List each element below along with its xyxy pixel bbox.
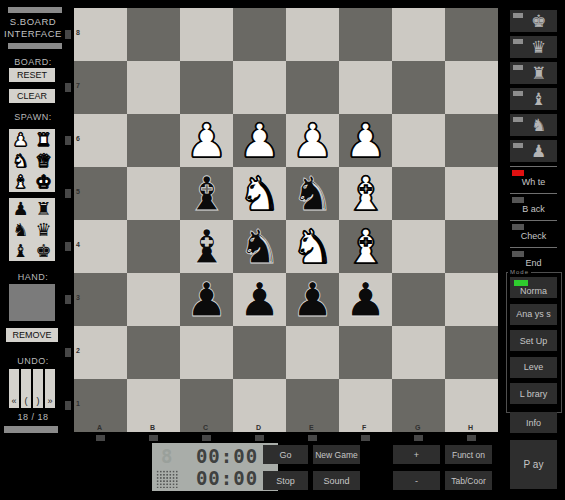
board-square-f7[interactable]	[339, 61, 392, 114]
file-label: E	[309, 424, 314, 431]
board-square-b6[interactable]	[127, 114, 180, 167]
rank-label: 3	[76, 294, 80, 301]
white-button[interactable]: Wh te	[510, 166, 557, 191]
board-square-b4[interactable]	[127, 220, 180, 273]
mode-library-button[interactable]: L brary	[510, 383, 557, 404]
spawn-piece-white-k[interactable]: ♚	[32, 171, 55, 192]
rank-label: 4	[76, 241, 80, 248]
spawn-piece-white-n[interactable]: ♞	[9, 150, 32, 171]
button-label: End	[525, 258, 541, 268]
board-square-c8[interactable]	[180, 8, 233, 61]
spawn-palette-white: ♟♜♞♛♝♚	[9, 129, 55, 192]
file-label: G	[415, 424, 420, 431]
spawn-piece-black-n[interactable]: ♞	[9, 219, 32, 240]
undo-fast-back-button[interactable]: «	[9, 369, 19, 408]
info-button[interactable]: Info	[510, 412, 557, 433]
button-tab	[513, 117, 523, 122]
rank-tab	[65, 348, 71, 357]
board-square-c2[interactable]	[180, 326, 233, 379]
button-label: Check	[521, 231, 547, 241]
clock-time-bottom: 00:00	[180, 468, 274, 488]
piece-button-n[interactable]: ♞	[510, 114, 557, 136]
chess-piece-black-p: ♟	[286, 273, 339, 327]
hand-section-label: HAND:	[0, 272, 66, 282]
undo-controls: «()»	[9, 369, 55, 408]
spawn-palette-black: ♟♜♞♛♝♚	[9, 198, 55, 261]
button-label: Set Up	[520, 336, 548, 346]
chess-piece-black-n: ♞	[286, 167, 339, 221]
chess-piece-white-n: ♞	[233, 167, 286, 221]
board-square-b8[interactable]	[127, 8, 180, 61]
file-label: F	[362, 424, 366, 431]
chess-piece-white-p: ♟	[339, 114, 392, 168]
file-label: A	[97, 424, 102, 431]
board-square-c4[interactable]: ♝	[180, 220, 233, 273]
board-square-d5[interactable]: ♞	[233, 167, 286, 220]
board-square-g3[interactable]	[392, 273, 445, 326]
board-square-a8[interactable]: 8	[74, 8, 127, 61]
plus-button[interactable]: +	[393, 445, 440, 464]
rank-tab	[65, 83, 71, 92]
board-square-a7[interactable]: 7	[74, 61, 127, 114]
board-square-a1[interactable]: 1A	[74, 379, 127, 432]
file-label: H	[468, 424, 473, 431]
board-square-e7[interactable]	[286, 61, 339, 114]
rank-label: 7	[76, 82, 80, 89]
button-tab	[513, 65, 523, 70]
board-square-e8[interactable]	[286, 8, 339, 61]
file-tab	[361, 435, 370, 441]
status-indicator	[512, 224, 524, 230]
board-square-e6[interactable]: ♟	[286, 114, 339, 167]
button-label: Leve	[524, 362, 544, 372]
title-divider-bar	[8, 43, 62, 49]
button-tab	[513, 143, 523, 148]
board-square-h8[interactable]	[445, 8, 498, 61]
board-square-f6[interactable]: ♟	[339, 114, 392, 167]
board-square-c3[interactable]: ♟	[180, 273, 233, 326]
app-title: S.BOARD INTERFACE	[0, 16, 66, 40]
file-tab	[149, 435, 158, 441]
board-square-d3[interactable]: ♟	[233, 273, 286, 326]
board-square-d2[interactable]	[233, 326, 286, 379]
board-square-f4[interactable]: ♝	[339, 220, 392, 273]
board-square-c7[interactable]	[180, 61, 233, 114]
rank-tab	[65, 30, 71, 39]
mode-level-button[interactable]: Leve	[510, 357, 557, 378]
spawn-section-label: SPAWN:	[0, 112, 66, 122]
board-square-h5[interactable]	[445, 167, 498, 220]
chess-piece-white-b: ♝	[339, 220, 392, 274]
play-button[interactable]: P ay	[510, 440, 557, 489]
undo-counter: 18 / 18	[0, 412, 66, 422]
status-indicator	[512, 251, 524, 257]
spawn-piece-black-b[interactable]: ♝	[9, 240, 32, 261]
chess-piece-white-p: ♟	[180, 114, 233, 168]
board-square-e1[interactable]: E	[286, 379, 339, 432]
spawn-piece-white-q[interactable]: ♛	[32, 150, 55, 171]
mode-setup-button[interactable]: Set Up	[510, 330, 557, 351]
status-indicator	[512, 197, 524, 203]
board-square-c1[interactable]: C	[180, 379, 233, 432]
go-button[interactable]: Go	[263, 445, 308, 464]
piece-button-glyph: ♝	[521, 89, 546, 109]
board-square-g4[interactable]	[392, 220, 445, 273]
mode-indicator	[514, 280, 528, 286]
file-label: D	[256, 424, 261, 431]
board-square-a4[interactable]: 4	[74, 220, 127, 273]
board-square-g5[interactable]	[392, 167, 445, 220]
file-tab	[308, 435, 317, 441]
board-square-h3[interactable]	[445, 273, 498, 326]
board-square-h2[interactable]	[445, 326, 498, 379]
rank-tab	[65, 401, 71, 410]
rank-label: 5	[76, 188, 80, 195]
piece-button-glyph: ♚	[521, 11, 546, 31]
mode-normal-button[interactable]: Norma	[510, 277, 557, 298]
board-square-b5[interactable]	[127, 167, 180, 220]
board-square-b7[interactable]	[127, 61, 180, 114]
spawn-piece-black-q[interactable]: ♛	[32, 219, 55, 240]
rank-label: 8	[76, 29, 80, 36]
board-square-b2[interactable]	[127, 326, 180, 379]
stop-button[interactable]: Stop	[263, 471, 308, 490]
spawn-piece-black-r[interactable]: ♜	[32, 198, 55, 219]
rank-label: 1	[76, 400, 80, 407]
clock-dot-matrix	[156, 470, 178, 488]
board-square-h7[interactable]	[445, 61, 498, 114]
board-square-f2[interactable]	[339, 326, 392, 379]
board-square-a3[interactable]: 3	[74, 273, 127, 326]
button-tab	[513, 91, 523, 96]
rank-tab	[65, 242, 71, 251]
board-square-c6[interactable]: ♟	[180, 114, 233, 167]
board-square-e2[interactable]	[286, 326, 339, 379]
chess-piece-black-p: ♟	[339, 273, 392, 327]
board-square-d8[interactable]	[233, 8, 286, 61]
tab-coor-button[interactable]: Tab/Coor	[445, 471, 492, 490]
piece-button-p[interactable]: ♟	[510, 140, 557, 162]
clear-button[interactable]: CLEAR	[9, 89, 55, 103]
button-label: Ana ys s	[516, 309, 551, 319]
chess-piece-black-n: ♞	[233, 220, 286, 274]
spawn-piece-black-k[interactable]: ♚	[32, 240, 55, 261]
chess-piece-black-b: ♝	[180, 167, 233, 221]
undo-section-label: UNDO:	[0, 356, 66, 366]
file-label: B	[150, 424, 155, 431]
new-game-button[interactable]: New Game	[313, 445, 360, 464]
board-square-e5[interactable]: ♞	[286, 167, 339, 220]
mode-group-label: Mode	[508, 269, 531, 275]
app-title-line2: INTERFACE	[0, 28, 66, 40]
board-square-h4[interactable]	[445, 220, 498, 273]
piece-button-b[interactable]: ♝	[510, 88, 557, 110]
status-indicator	[512, 170, 524, 176]
board-square-a5[interactable]: 5	[74, 167, 127, 220]
remove-button[interactable]: REMOVE	[6, 328, 58, 342]
button-tab	[513, 13, 523, 18]
board-square-d4[interactable]: ♞	[233, 220, 286, 273]
redo-fast-button[interactable]: »	[45, 369, 55, 408]
spawn-piece-white-p[interactable]: ♟	[9, 129, 32, 150]
board-square-g1[interactable]: G	[392, 379, 445, 432]
file-tab	[467, 435, 476, 441]
file-label: C	[203, 424, 208, 431]
board-square-f3[interactable]: ♟	[339, 273, 392, 326]
board-square-c5[interactable]: ♝	[180, 167, 233, 220]
piece-button-glyph: ♛	[521, 37, 546, 57]
chess-board-grid: 876♟♟♟♟5♝♞♞♝4♝♞♞♝3♟♟♟♟21ABCDEFGH	[74, 8, 498, 432]
board-square-g8[interactable]	[392, 8, 445, 61]
undo-back-button[interactable]: (	[21, 369, 31, 408]
hand-slot[interactable]	[9, 284, 55, 321]
rank-label: 2	[76, 347, 80, 354]
rank-tab	[65, 136, 71, 145]
board-square-e4[interactable]: ♞	[286, 220, 339, 273]
clock-ghost-digit: 8	[161, 446, 173, 466]
chess-piece-black-p: ♟	[233, 273, 286, 327]
rank-tab	[65, 295, 71, 304]
chess-piece-black-b: ♝	[180, 220, 233, 274]
board-square-b1[interactable]: B	[127, 379, 180, 432]
piece-button-r[interactable]: ♜	[510, 62, 557, 84]
board-square-a6[interactable]: 6	[74, 114, 127, 167]
board-square-d6[interactable]: ♟	[233, 114, 286, 167]
board-square-h6[interactable]	[445, 114, 498, 167]
button-tab	[513, 39, 523, 44]
board-square-f5[interactable]: ♝	[339, 167, 392, 220]
board-square-b3[interactable]	[127, 273, 180, 326]
app-title-line1: S.BOARD	[0, 16, 66, 28]
file-tab	[202, 435, 211, 441]
piece-button-glyph: ♞	[521, 115, 546, 135]
piece-button-k[interactable]: ♚	[510, 10, 557, 32]
board-section-label: BOARD:	[0, 57, 66, 67]
top-divider-bar	[8, 7, 62, 13]
file-tab	[96, 435, 105, 441]
board-square-g6[interactable]	[392, 114, 445, 167]
button-label: Wh te	[522, 177, 546, 187]
board-square-a2[interactable]: 2	[74, 326, 127, 379]
mode-analysis-button[interactable]: Ana ys s	[510, 304, 557, 325]
file-tab	[255, 435, 264, 441]
board-square-d1[interactable]: D	[233, 379, 286, 432]
chess-piece-black-p: ♟	[180, 273, 233, 327]
piece-button-q[interactable]: ♛	[510, 36, 557, 58]
spawn-piece-white-b[interactable]: ♝	[9, 171, 32, 192]
file-tab	[414, 435, 423, 441]
board-square-g7[interactable]	[392, 61, 445, 114]
board-square-d7[interactable]	[233, 61, 286, 114]
board-square-g2[interactable]	[392, 326, 445, 379]
chess-piece-white-p: ♟	[233, 114, 286, 168]
chess-board: 876♟♟♟♟5♝♞♞♝4♝♞♞♝3♟♟♟♟21ABCDEFGH	[74, 8, 498, 432]
chess-piece-white-n: ♞	[286, 220, 339, 274]
piece-button-glyph: ♟	[521, 141, 546, 161]
chess-piece-white-b: ♝	[339, 167, 392, 221]
function-button[interactable]: Funct on	[445, 445, 492, 464]
minus-button[interactable]: -	[393, 471, 440, 490]
redo-button[interactable]: )	[33, 369, 43, 408]
spawn-piece-black-p[interactable]: ♟	[9, 198, 32, 219]
chess-piece-white-p: ♟	[286, 114, 339, 168]
board-square-e3[interactable]: ♟	[286, 273, 339, 326]
sboard-interface-app: S.BOARD INTERFACE BOARD: RESET CLEAR SPA…	[0, 0, 565, 500]
rank-label: 6	[76, 135, 80, 142]
spawn-piece-white-r[interactable]: ♜	[32, 129, 55, 150]
reset-button[interactable]: RESET	[9, 68, 55, 82]
check-button[interactable]: Check	[510, 220, 557, 245]
piece-button-glyph: ♜	[521, 63, 546, 83]
board-square-f8[interactable]	[339, 8, 392, 61]
clock-time-top: 00:00	[180, 446, 274, 466]
board-square-h1[interactable]: H	[445, 379, 498, 432]
black-button[interactable]: B ack	[510, 193, 557, 218]
button-label: L brary	[520, 389, 548, 399]
board-square-f1[interactable]: F	[339, 379, 392, 432]
lcd-clock-display: 8 00:00 00:00	[152, 443, 278, 491]
rank-tab	[65, 189, 71, 198]
bottom-divider-bar	[4, 426, 58, 433]
sound-button[interactable]: Sound	[313, 471, 360, 490]
button-label: B ack	[522, 204, 545, 214]
